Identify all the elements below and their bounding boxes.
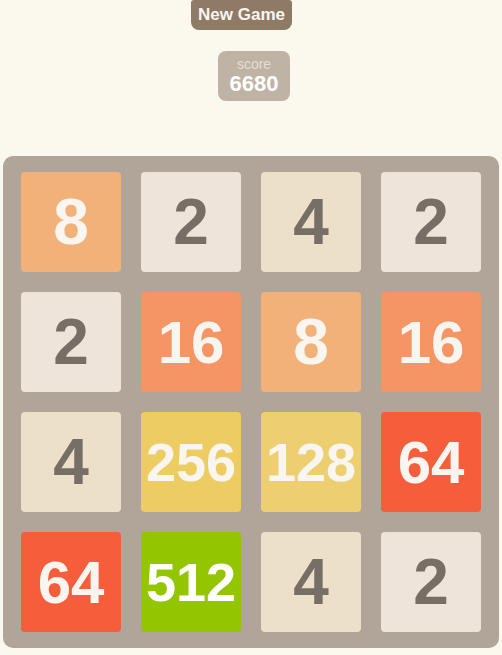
tile-r4c2: 512: [141, 532, 241, 632]
score-label: score: [237, 56, 271, 72]
tile-r4c3: 4: [261, 532, 361, 632]
tile-r3c1: 4: [21, 412, 121, 512]
tile-r2c2: 16: [141, 292, 241, 392]
tile-r3c2: 256: [141, 412, 241, 512]
board-grid[interactable]: 82422168164256128646451242: [3, 156, 499, 648]
game-page: New Game score 6680 82422168164256128646…: [0, 0, 502, 655]
tile-r2c3: 8: [261, 292, 361, 392]
tile-r4c4: 2: [381, 532, 481, 632]
tile-r3c4: 64: [381, 412, 481, 512]
tile-r2c4: 16: [381, 292, 481, 392]
score-box: score 6680: [218, 51, 290, 101]
tile-r1c3: 4: [261, 172, 361, 272]
tile-r1c1: 8: [21, 172, 121, 272]
tile-r4c1: 64: [21, 532, 121, 632]
tile-r1c4: 2: [381, 172, 481, 272]
score-value: 6680: [230, 72, 279, 96]
tile-r3c3: 128: [261, 412, 361, 512]
new-game-button[interactable]: New Game: [191, 0, 292, 30]
tile-r2c1: 2: [21, 292, 121, 392]
tile-r1c2: 2: [141, 172, 241, 272]
